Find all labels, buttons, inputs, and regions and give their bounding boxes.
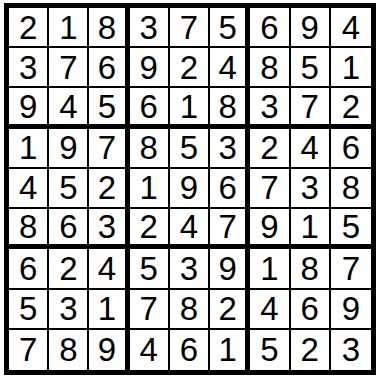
cell-r7c8[interactable]: 8 [291,249,331,289]
cell-r1c5[interactable]: 7 [170,8,210,48]
cell-r6c4[interactable]: 2 [130,209,170,249]
cell-r3c1[interactable]: 9 [9,88,49,128]
cell-r8c8[interactable]: 6 [291,290,331,330]
cell-r8c5[interactable]: 8 [170,290,210,330]
cell-r3c7[interactable]: 3 [250,88,290,128]
cell-r7c2[interactable]: 2 [49,249,89,289]
cell-r2c3[interactable]: 6 [89,48,129,88]
cell-r5c3[interactable]: 2 [89,169,129,209]
cell-r9c2[interactable]: 8 [49,330,89,370]
cell-r9c6[interactable]: 1 [210,330,250,370]
cell-r4c6[interactable]: 3 [210,129,250,169]
cell-r1c1[interactable]: 2 [9,8,49,48]
cell-r8c4[interactable]: 7 [130,290,170,330]
cell-r7c5[interactable]: 3 [170,249,210,289]
cell-r1c2[interactable]: 1 [49,8,89,48]
cell-r2c8[interactable]: 5 [291,48,331,88]
cell-r6c2[interactable]: 6 [49,209,89,249]
cell-r4c3[interactable]: 7 [89,129,129,169]
cell-r9c5[interactable]: 6 [170,330,210,370]
cell-r9c9[interactable]: 3 [331,330,371,370]
cell-r3c8[interactable]: 7 [291,88,331,128]
cell-r7c6[interactable]: 9 [210,249,250,289]
cell-r5c6[interactable]: 6 [210,169,250,209]
cell-r3c9[interactable]: 2 [331,88,371,128]
cell-r4c4[interactable]: 8 [130,129,170,169]
cell-r2c4[interactable]: 9 [130,48,170,88]
cell-r7c7[interactable]: 1 [250,249,290,289]
cell-r5c2[interactable]: 5 [49,169,89,209]
cell-r2c5[interactable]: 2 [170,48,210,88]
cell-r7c9[interactable]: 7 [331,249,371,289]
cell-r3c2[interactable]: 4 [49,88,89,128]
cell-r5c7[interactable]: 7 [250,169,290,209]
sudoku-page: 2183756943769248519456183721978532464521… [0,0,380,380]
cell-r2c6[interactable]: 4 [210,48,250,88]
cell-r6c6[interactable]: 7 [210,209,250,249]
cell-r9c4[interactable]: 4 [130,330,170,370]
cell-r9c8[interactable]: 2 [291,330,331,370]
cell-r6c1[interactable]: 8 [9,209,49,249]
cell-r6c3[interactable]: 3 [89,209,129,249]
cell-r1c3[interactable]: 8 [89,8,129,48]
cell-r9c1[interactable]: 7 [9,330,49,370]
cell-r2c7[interactable]: 8 [250,48,290,88]
cell-r5c1[interactable]: 4 [9,169,49,209]
cell-r5c8[interactable]: 3 [291,169,331,209]
cell-r9c3[interactable]: 9 [89,330,129,370]
cell-r4c5[interactable]: 5 [170,129,210,169]
cell-r7c4[interactable]: 5 [130,249,170,289]
cell-r4c2[interactable]: 9 [49,129,89,169]
cell-r5c4[interactable]: 1 [130,169,170,209]
cell-r6c5[interactable]: 4 [170,209,210,249]
cell-r7c3[interactable]: 4 [89,249,129,289]
cell-r6c9[interactable]: 5 [331,209,371,249]
cell-r4c7[interactable]: 2 [250,129,290,169]
cell-r4c8[interactable]: 4 [291,129,331,169]
cell-r3c6[interactable]: 8 [210,88,250,128]
cell-r8c2[interactable]: 3 [49,290,89,330]
cell-r1c7[interactable]: 6 [250,8,290,48]
cell-r5c5[interactable]: 9 [170,169,210,209]
sudoku-board: 2183756943769248519456183721978532464521… [4,3,376,375]
cell-r1c8[interactable]: 9 [291,8,331,48]
cell-r7c1[interactable]: 6 [9,249,49,289]
cell-r8c9[interactable]: 9 [331,290,371,330]
cell-r8c6[interactable]: 2 [210,290,250,330]
cell-r9c7[interactable]: 5 [250,330,290,370]
cell-r8c3[interactable]: 1 [89,290,129,330]
cell-r1c4[interactable]: 3 [130,8,170,48]
cell-r2c9[interactable]: 1 [331,48,371,88]
cell-r8c1[interactable]: 5 [9,290,49,330]
cell-r2c2[interactable]: 7 [49,48,89,88]
cell-r4c9[interactable]: 6 [331,129,371,169]
cell-r3c5[interactable]: 1 [170,88,210,128]
cell-r1c9[interactable]: 4 [331,8,371,48]
cell-r3c3[interactable]: 5 [89,88,129,128]
cell-r6c7[interactable]: 9 [250,209,290,249]
cell-r4c1[interactable]: 1 [9,129,49,169]
cell-r6c8[interactable]: 1 [291,209,331,249]
cell-r2c1[interactable]: 3 [9,48,49,88]
cell-r1c6[interactable]: 5 [210,8,250,48]
cell-r3c4[interactable]: 6 [130,88,170,128]
cell-r8c7[interactable]: 4 [250,290,290,330]
cell-r5c9[interactable]: 8 [331,169,371,209]
